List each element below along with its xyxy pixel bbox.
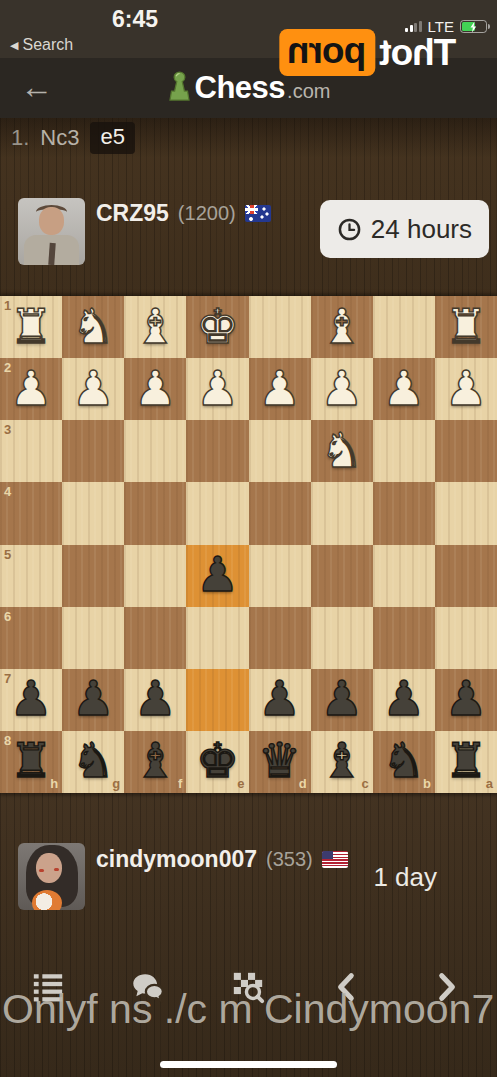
black-king[interactable]: ♚ <box>196 736 239 787</box>
black-pawn[interactable]: ♟ <box>320 674 363 725</box>
clock-icon <box>337 217 362 242</box>
square-a1[interactable]: ♜ <box>435 296 497 358</box>
white-rook[interactable]: ♜ <box>444 302 487 353</box>
square-f2[interactable]: ♟ <box>124 358 186 420</box>
square-a2[interactable]: ♟ <box>435 358 497 420</box>
move-list: 1. Nc3 e5 <box>0 118 497 158</box>
square-b4[interactable] <box>373 482 435 544</box>
time-remaining-top: 24 hours <box>371 214 472 245</box>
black-bishop[interactable]: ♝ <box>320 736 363 787</box>
square-g4[interactable] <box>62 482 124 544</box>
rank-label-5: 5 <box>4 547 11 562</box>
square-b5[interactable] <box>373 545 435 607</box>
square-b6[interactable] <box>373 607 435 669</box>
square-g3[interactable] <box>62 420 124 482</box>
move-black-e5-selected[interactable]: e5 <box>90 122 134 154</box>
back-to-search-link[interactable]: ◀ Search <box>10 36 73 54</box>
white-pawn[interactable]: ♟ <box>444 364 487 415</box>
logo-com-text: .com <box>287 80 330 103</box>
player-avatar-top[interactable] <box>18 198 85 265</box>
player-rating-top: (1200) <box>178 202 236 225</box>
square-c2[interactable]: ♟ <box>311 358 373 420</box>
home-indicator-bar[interactable] <box>160 1061 337 1068</box>
rank-label-4: 4 <box>4 484 11 499</box>
black-pawn[interactable]: ♟ <box>382 674 425 725</box>
white-king[interactable]: ♚ <box>196 302 239 353</box>
player-info-top: CRZ95 (1200) <box>96 200 271 227</box>
back-to-search-label: Search <box>22 36 73 54</box>
black-pawn[interactable]: ♟ <box>444 674 487 725</box>
logo-chess-text: Chess <box>195 70 286 106</box>
white-knight[interactable]: ♞ <box>72 302 115 353</box>
white-bishop[interactable]: ♝ <box>320 302 363 353</box>
square-c5[interactable] <box>311 545 373 607</box>
square-e2[interactable]: ♟ <box>186 358 248 420</box>
black-pawn[interactable]: ♟ <box>134 674 177 725</box>
move-number: 1. <box>11 125 29 151</box>
square-d6[interactable] <box>249 607 311 669</box>
square-d4[interactable] <box>249 482 311 544</box>
black-rook[interactable]: ♜ <box>444 736 487 787</box>
square-e5[interactable]: ♟ <box>186 545 248 607</box>
square-f8[interactable]: f♝ <box>124 731 186 793</box>
square-f3[interactable] <box>124 420 186 482</box>
square-a8[interactable]: a♜ <box>435 731 497 793</box>
square-h6[interactable]: 6 <box>0 607 62 669</box>
white-knight[interactable]: ♞ <box>320 426 363 477</box>
square-d3[interactable] <box>249 420 311 482</box>
white-rook[interactable]: ♜ <box>10 302 53 353</box>
square-h7[interactable]: 7♟ <box>0 669 62 731</box>
square-b1[interactable] <box>373 296 435 358</box>
white-pawn[interactable]: ♟ <box>72 364 115 415</box>
white-pawn[interactable]: ♟ <box>258 364 301 415</box>
square-d7[interactable]: ♟ <box>249 669 311 731</box>
black-rook[interactable]: ♜ <box>10 736 53 787</box>
white-pawn[interactable]: ♟ <box>320 364 363 415</box>
square-e3[interactable] <box>186 420 248 482</box>
square-a4[interactable] <box>435 482 497 544</box>
square-e8[interactable]: e♚ <box>186 731 248 793</box>
black-pawn[interactable]: ♟ <box>72 674 115 725</box>
square-g5[interactable] <box>62 545 124 607</box>
white-pawn[interactable]: ♟ <box>134 364 177 415</box>
square-g2[interactable]: ♟ <box>62 358 124 420</box>
black-pawn[interactable]: ♟ <box>258 674 301 725</box>
square-d5[interactable] <box>249 545 311 607</box>
watermark-white-text: Thot <box>380 32 456 74</box>
square-d1[interactable] <box>249 296 311 358</box>
chess-board[interactable]: 1♜♞♝♚♝♜2♟♟♟♟♟♟♟♟3♞45♟67♟♟♟♟♟♟♟8h♜g♞f♝e♚d… <box>0 296 497 793</box>
white-pawn[interactable]: ♟ <box>196 364 239 415</box>
square-f1[interactable]: ♝ <box>124 296 186 358</box>
player-info-bottom: cindymoon007 (353) <box>96 846 348 873</box>
black-knight[interactable]: ♞ <box>72 736 115 787</box>
status-time: 6:45 <box>112 6 158 33</box>
time-remaining-chip-top: 24 hours <box>320 200 489 258</box>
square-c3[interactable]: ♞ <box>311 420 373 482</box>
square-h4[interactable]: 4 <box>0 482 62 544</box>
australia-flag-icon <box>245 205 271 222</box>
black-bishop[interactable]: ♝ <box>134 736 177 787</box>
square-e7[interactable] <box>186 669 248 731</box>
white-pawn[interactable]: ♟ <box>10 364 53 415</box>
player-rating-bottom: (353) <box>266 848 313 871</box>
square-c1[interactable]: ♝ <box>311 296 373 358</box>
time-remaining-bottom: 1 day <box>373 862 437 893</box>
square-c6[interactable] <box>311 607 373 669</box>
square-e1[interactable]: ♚ <box>186 296 248 358</box>
square-d8[interactable]: d♛ <box>249 731 311 793</box>
square-g1[interactable]: ♞ <box>62 296 124 358</box>
black-pawn[interactable]: ♟ <box>10 674 53 725</box>
square-g7[interactable]: ♟ <box>62 669 124 731</box>
square-b8[interactable]: b♞ <box>373 731 435 793</box>
square-h1[interactable]: 1♜ <box>0 296 62 358</box>
square-a6[interactable] <box>435 607 497 669</box>
square-c7[interactable]: ♟ <box>311 669 373 731</box>
rank-label-6: 6 <box>4 609 11 624</box>
square-e6[interactable] <box>186 607 248 669</box>
player-name-top[interactable]: CRZ95 <box>96 200 169 227</box>
square-f6[interactable] <box>124 607 186 669</box>
player-avatar-bottom[interactable] <box>18 843 85 910</box>
green-pawn-icon <box>167 69 192 105</box>
square-d2[interactable]: ♟ <box>249 358 311 420</box>
square-b7[interactable]: ♟ <box>373 669 435 731</box>
square-a7[interactable]: ♟ <box>435 669 497 731</box>
app-screen: 6:45 ◀ Search LTE Thot porn ← Chess .com <box>0 0 497 1077</box>
square-h8[interactable]: 8h♜ <box>0 731 62 793</box>
square-f5[interactable] <box>124 545 186 607</box>
square-h2[interactable]: 2♟ <box>0 358 62 420</box>
player-name-bottom[interactable]: cindymoon007 <box>96 846 257 873</box>
back-triangle-icon: ◀ <box>10 39 18 52</box>
mirrored-thotporn-watermark: Thot porn <box>279 29 456 76</box>
square-b3[interactable] <box>373 420 435 482</box>
square-g6[interactable] <box>62 607 124 669</box>
onlyfans-watermark-text: Onlyf ns ./c m Cindymoon7 <box>2 986 497 1033</box>
square-f7[interactable]: ♟ <box>124 669 186 731</box>
square-a3[interactable] <box>435 420 497 482</box>
square-f4[interactable] <box>124 482 186 544</box>
black-knight[interactable]: ♞ <box>382 736 425 787</box>
file-label-f: f <box>178 776 182 791</box>
battery-charging-icon <box>460 20 487 33</box>
square-b2[interactable]: ♟ <box>373 358 435 420</box>
square-c8[interactable]: c♝ <box>311 731 373 793</box>
watermark-orange-box-text: porn <box>279 29 375 76</box>
square-c4[interactable] <box>311 482 373 544</box>
black-queen[interactable]: ♛ <box>258 736 301 787</box>
square-h3[interactable]: 3 <box>0 420 62 482</box>
square-h5[interactable]: 5 <box>0 545 62 607</box>
white-pawn[interactable]: ♟ <box>382 364 425 415</box>
us-flag-icon <box>322 851 348 868</box>
black-pawn[interactable]: ♟ <box>196 550 239 601</box>
white-bishop[interactable]: ♝ <box>134 302 177 353</box>
square-e4[interactable] <box>186 482 248 544</box>
square-g8[interactable]: g♞ <box>62 731 124 793</box>
move-white-nc3[interactable]: Nc3 <box>40 125 79 151</box>
square-a5[interactable] <box>435 545 497 607</box>
rank-label-3: 3 <box>4 422 11 437</box>
